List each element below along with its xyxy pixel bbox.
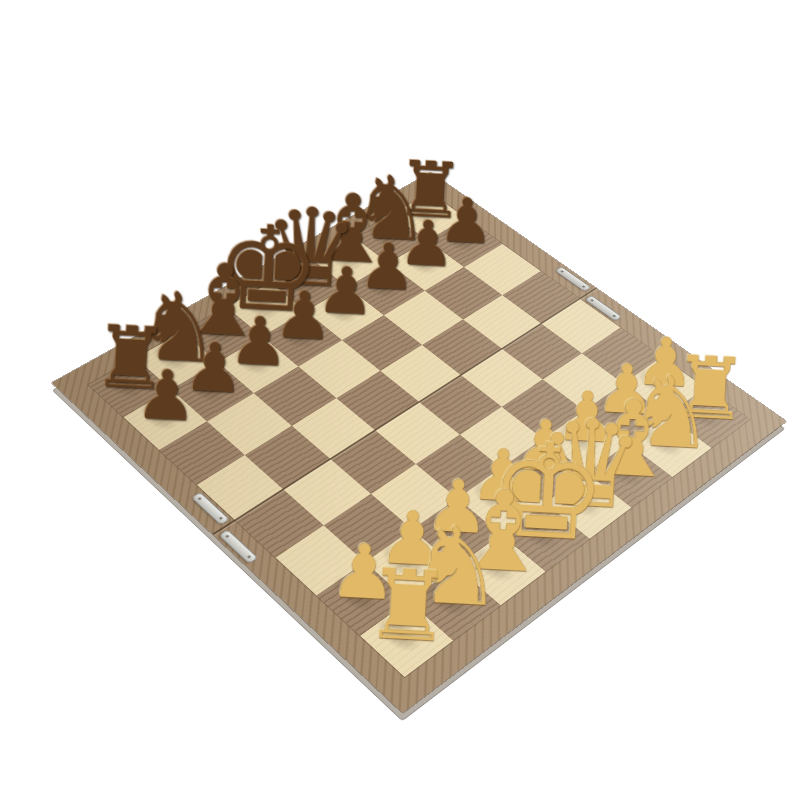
board-3d-tilt: ♜♟♟♜♞♟♟♞♝♟♟♝♛♟♟♛♚♟♟♚♝♟♟♝♞♟♟♞♜♟♟♜ (52, 172, 786, 712)
board-squares: ♜♟♟♜♞♟♟♞♝♟♟♝♛♟♟♛♚♟♟♚♝♟♟♝♞♟♟♞♜♟♟♜ (89, 193, 750, 677)
piece-black-pawn-h7[interactable]: ♟ (134, 360, 199, 431)
piece-white-rook-h1[interactable]: ♜ (363, 555, 454, 656)
chess-board: ♜♟♟♜♞♟♟♞♝♟♟♝♛♟♟♛♚♟♟♚♝♟♟♝♞♟♟♞♜♟♟♜ (52, 172, 786, 712)
product-photo-scene: ♜♟♟♜♞♟♟♞♝♟♟♝♛♟♟♛♚♟♟♚♝♟♟♝♞♟♟♞♜♟♟♜ (0, 0, 800, 800)
square-h1[interactable]: ♜ (360, 600, 454, 676)
